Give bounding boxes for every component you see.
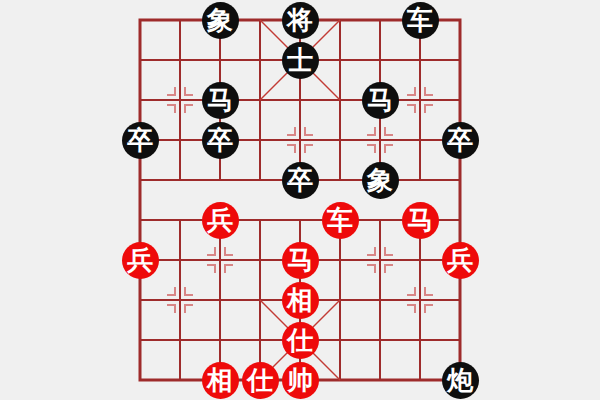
red-advisor[interactable]: 仕 [242,362,279,399]
black-soldier[interactable]: 卒 [202,122,239,159]
black-horse[interactable]: 马 [202,82,239,119]
black-cannon[interactable]: 炮 [442,362,479,399]
red-elephant[interactable]: 相 [202,362,239,399]
black-soldier[interactable]: 卒 [442,122,479,159]
red-soldier[interactable]: 兵 [122,242,159,279]
black-elephant[interactable]: 象 [202,2,239,39]
red-soldier[interactable]: 兵 [202,202,239,239]
black-soldier[interactable]: 卒 [122,122,159,159]
red-elephant[interactable]: 相 [282,282,319,319]
black-general[interactable]: 将 [282,2,319,39]
black-chariot[interactable]: 车 [402,2,439,39]
red-advisor[interactable]: 仕 [282,322,319,359]
board-pieces[interactable]: 象将车士马马卒卒卒卒象炮兵车马兵马兵相仕相仕帅 [120,0,480,400]
red-horse[interactable]: 马 [282,242,319,279]
red-chariot[interactable]: 车 [322,202,359,239]
black-elephant[interactable]: 象 [362,162,399,199]
red-general[interactable]: 帅 [282,362,319,399]
black-horse[interactable]: 马 [362,82,399,119]
black-soldier[interactable]: 卒 [282,162,319,199]
red-horse[interactable]: 马 [402,202,439,239]
black-advisor[interactable]: 士 [282,42,319,79]
red-soldier[interactable]: 兵 [442,242,479,279]
xiangqi-app: 象将车士马马卒卒卒卒象炮兵车马兵马兵相仕相仕帅 [0,0,600,400]
